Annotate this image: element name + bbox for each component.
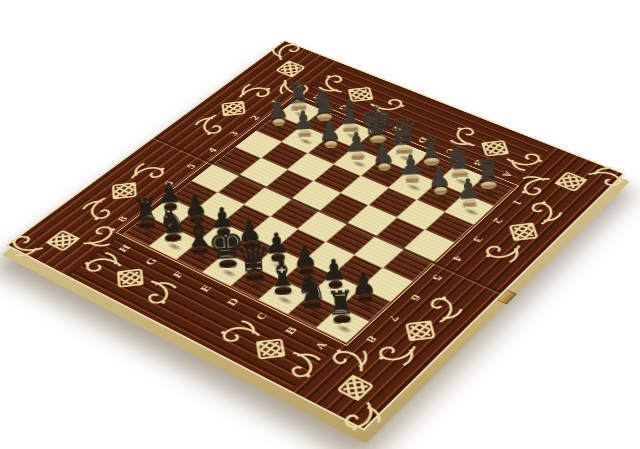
piece-shadow (340, 130, 365, 143)
piece-black-rook-a8[interactable]: ♜ (317, 259, 364, 324)
piece-shadow (347, 158, 372, 171)
piece-shadow (289, 109, 313, 121)
chess-set-scene: HH11GG22FF33EE44DD55CC66BB77AA88 ♜♞♝♛♚♝♞… (0, 0, 640, 449)
piece-shadow (421, 164, 446, 177)
piece-base (462, 199, 476, 208)
piece-base (333, 314, 351, 324)
piece-shadow (294, 135, 318, 148)
piece-white-pawn-a2[interactable]: ♟ (445, 148, 489, 209)
piece-shadow (374, 169, 399, 183)
photo-canvas: HH11GG22FF33EE44DD55CC66BB77AA88 ♜♞♝♛♚♝♞… (0, 0, 640, 449)
piece-shadow (394, 152, 419, 165)
piece-shadow (401, 181, 427, 195)
piece-shadow (320, 146, 345, 159)
chess-board: HH11GG22FF33EE44DD55CC66BB77AA88 ♜♞♝♛♚♝♞… (6, 40, 626, 431)
piece-shadow (314, 119, 338, 132)
piece-shadow (367, 141, 392, 154)
piece-shadow (268, 124, 292, 137)
